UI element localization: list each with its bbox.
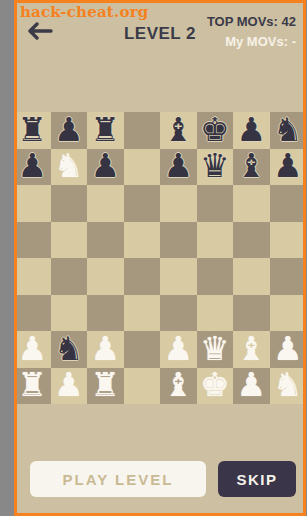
- piece-white-queen: ♛: [200, 332, 230, 365]
- square-c1[interactable]: ♜: [87, 368, 124, 405]
- square-f8[interactable]: ♚: [197, 112, 234, 149]
- square-h4[interactable]: [270, 258, 307, 295]
- square-b7[interactable]: ♞: [51, 149, 88, 186]
- square-b4[interactable]: [51, 258, 88, 295]
- piece-black-queen: ♛: [200, 149, 230, 182]
- square-a5[interactable]: [14, 222, 51, 259]
- square-a7[interactable]: ♟: [14, 149, 51, 186]
- piece-black-knight: ♞: [54, 332, 84, 365]
- piece-black-pawn: ♟: [236, 113, 266, 146]
- piece-white-pawn: ♟: [163, 332, 193, 365]
- square-e5[interactable]: [160, 222, 197, 259]
- chess-board: ♜♟♜♝♚♟♞♟♞♟♟♛♝♟♟♞♟♟♛♝♟♜♟♜♝♚♟♞: [14, 112, 306, 404]
- square-f1[interactable]: ♚: [197, 368, 234, 405]
- piece-white-bishop: ♝: [163, 368, 193, 401]
- piece-black-pawn: ♟: [273, 149, 303, 182]
- square-h2[interactable]: ♟: [270, 331, 307, 368]
- square-e1[interactable]: ♝: [160, 368, 197, 405]
- square-c6[interactable]: [87, 185, 124, 222]
- piece-black-bishop: ♝: [236, 149, 266, 182]
- piece-white-rook: ♜: [17, 368, 47, 401]
- square-h3[interactable]: [270, 295, 307, 332]
- piece-black-king: ♚: [200, 113, 230, 146]
- play-level-button[interactable]: PLAY LEVEL: [30, 461, 206, 497]
- square-f5[interactable]: [197, 222, 234, 259]
- app-screen: LEVEL 2 TOP MOVs: 42 My MOVs: - ♜♟♜♝♚♟♞♟…: [14, 0, 306, 516]
- piece-white-knight: ♞: [273, 368, 303, 401]
- piece-black-pawn: ♟: [17, 149, 47, 182]
- piece-white-pawn: ♟: [90, 332, 120, 365]
- piece-white-pawn: ♟: [236, 368, 266, 401]
- piece-black-rook: ♜: [17, 113, 47, 146]
- piece-white-rook: ♜: [90, 368, 120, 401]
- piece-white-pawn: ♟: [17, 332, 47, 365]
- piece-black-bishop: ♝: [163, 113, 193, 146]
- square-b8[interactable]: ♟: [51, 112, 88, 149]
- square-a4[interactable]: [14, 258, 51, 295]
- square-c4[interactable]: [87, 258, 124, 295]
- piece-white-pawn: ♟: [54, 368, 84, 401]
- watermark-text: hack-cheat.org: [20, 3, 148, 21]
- square-d4[interactable]: [124, 258, 161, 295]
- piece-white-bishop: ♝: [236, 332, 266, 365]
- square-c5[interactable]: [87, 222, 124, 259]
- top-movs-label: TOP MOVs: 42: [207, 14, 296, 30]
- square-g6[interactable]: [233, 185, 270, 222]
- square-g8[interactable]: ♟: [233, 112, 270, 149]
- square-h6[interactable]: [270, 185, 307, 222]
- my-movs-label: My MOVs: -: [207, 34, 296, 50]
- square-b5[interactable]: [51, 222, 88, 259]
- movs-panel: TOP MOVs: 42 My MOVs: -: [207, 14, 296, 49]
- square-f4[interactable]: [197, 258, 234, 295]
- square-f7[interactable]: ♛: [197, 149, 234, 186]
- square-d7[interactable]: [124, 149, 161, 186]
- back-arrow-icon: [27, 22, 53, 40]
- square-d2[interactable]: [124, 331, 161, 368]
- back-button[interactable]: [27, 22, 53, 40]
- square-h5[interactable]: [270, 222, 307, 259]
- square-c8[interactable]: ♜: [87, 112, 124, 149]
- square-h7[interactable]: ♟: [270, 149, 307, 186]
- square-h1[interactable]: ♞: [270, 368, 307, 405]
- square-c7[interactable]: ♟: [87, 149, 124, 186]
- piece-black-pawn: ♟: [90, 149, 120, 182]
- square-b2[interactable]: ♞: [51, 331, 88, 368]
- square-g2[interactable]: ♝: [233, 331, 270, 368]
- square-c3[interactable]: [87, 295, 124, 332]
- piece-black-pawn: ♟: [54, 113, 84, 146]
- piece-black-knight: ♞: [273, 113, 303, 146]
- square-e3[interactable]: [160, 295, 197, 332]
- piece-black-rook: ♜: [90, 113, 120, 146]
- square-c2[interactable]: ♟: [87, 331, 124, 368]
- skip-button[interactable]: SKIP: [218, 461, 296, 497]
- piece-white-knight: ♞: [54, 149, 84, 182]
- square-g5[interactable]: [233, 222, 270, 259]
- square-g3[interactable]: [233, 295, 270, 332]
- square-b1[interactable]: ♟: [51, 368, 88, 405]
- square-a3[interactable]: [14, 295, 51, 332]
- square-a1[interactable]: ♜: [14, 368, 51, 405]
- square-d1[interactable]: [124, 368, 161, 405]
- square-e2[interactable]: ♟: [160, 331, 197, 368]
- piece-white-king: ♚: [200, 368, 230, 401]
- square-f3[interactable]: [197, 295, 234, 332]
- square-b3[interactable]: [51, 295, 88, 332]
- square-d8[interactable]: [124, 112, 161, 149]
- square-e4[interactable]: [160, 258, 197, 295]
- square-e6[interactable]: [160, 185, 197, 222]
- square-g7[interactable]: ♝: [233, 149, 270, 186]
- square-g1[interactable]: ♟: [233, 368, 270, 405]
- square-a6[interactable]: [14, 185, 51, 222]
- square-f6[interactable]: [197, 185, 234, 222]
- square-h8[interactable]: ♞: [270, 112, 307, 149]
- square-f2[interactable]: ♛: [197, 331, 234, 368]
- piece-white-pawn: ♟: [273, 332, 303, 365]
- square-b6[interactable]: [51, 185, 88, 222]
- square-d3[interactable]: [124, 295, 161, 332]
- square-e7[interactable]: ♟: [160, 149, 197, 186]
- square-e8[interactable]: ♝: [160, 112, 197, 149]
- square-g4[interactable]: [233, 258, 270, 295]
- square-a2[interactable]: ♟: [14, 331, 51, 368]
- piece-black-pawn: ♟: [163, 149, 193, 182]
- square-d5[interactable]: [124, 222, 161, 259]
- square-a8[interactable]: ♜: [14, 112, 51, 149]
- square-d6[interactable]: [124, 185, 161, 222]
